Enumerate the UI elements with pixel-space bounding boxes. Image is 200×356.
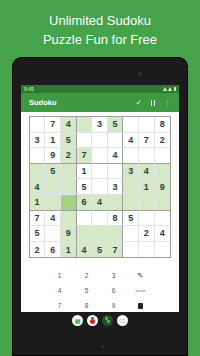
cell-r9c1[interactable]: 2 (30, 242, 46, 258)
cell-r6c1[interactable]: 1 (30, 195, 46, 211)
cell-r7c5[interactable]: ·· (92, 211, 108, 227)
cell-r3c8[interactable] (139, 148, 155, 164)
heading-line-2: Puzzle Fun for Free (0, 31, 200, 50)
signal-icon (163, 87, 167, 91)
marketing-heading: Unlimited Sudoku Puzzle Fun for Free (0, 12, 200, 49)
cell-r3c2[interactable]: 9 (45, 148, 61, 164)
cell-r6c2[interactable] (45, 195, 61, 211)
cell-r2c7[interactable]: 4 (123, 133, 139, 149)
numpad-key-8[interactable]: 8 (73, 298, 100, 312)
dock-row: ▦ ▚ ∷ (12, 315, 188, 326)
cell-r8c5[interactable] (92, 226, 108, 242)
pencil-note: ·· (94, 133, 99, 138)
numpad-key-2[interactable]: 2 (73, 268, 100, 283)
cell-r2c3[interactable]: 5 (61, 133, 77, 149)
numpad-key-1[interactable]: 1 (46, 268, 73, 283)
cell-r4c4[interactable]: 1 (77, 164, 93, 180)
cell-r9c9[interactable] (155, 242, 171, 258)
cell-r1c4[interactable] (77, 117, 93, 133)
cell-r7c3[interactable] (61, 211, 77, 227)
pencil-note: ·· (125, 117, 130, 122)
numpad-key-4[interactable]: 4 (46, 283, 73, 298)
cell-r7c7[interactable]: 5 (123, 211, 139, 227)
cell-r3c9[interactable] (155, 148, 171, 164)
status-bar: 9:45 (21, 85, 179, 93)
cell-r9c2[interactable]: 6 (45, 242, 61, 258)
cell-r4c5[interactable] (92, 164, 108, 180)
numpad-key-6[interactable]: 6 (100, 283, 127, 298)
cell-r6c8[interactable] (139, 195, 155, 211)
cell-r2c6[interactable] (108, 133, 124, 149)
cell-r5c9[interactable]: 9 (155, 179, 171, 195)
cell-r3c7[interactable] (123, 148, 139, 164)
cell-r3c4[interactable]: 7 (77, 148, 93, 164)
bottom-camera-icon (101, 345, 104, 348)
cell-r8c9[interactable]: 4 (155, 226, 171, 242)
cell-r5c3[interactable] (61, 179, 77, 195)
cell-r7c4[interactable]: ·· (77, 211, 93, 227)
cell-r1c5[interactable]: 3 (92, 117, 108, 133)
cell-r5c5[interactable]: ·· (92, 179, 108, 195)
cell-r1c7[interactable]: ·· (123, 117, 139, 133)
numpad-key-3[interactable]: 3 (100, 268, 127, 283)
cell-r4c6[interactable] (108, 164, 124, 180)
cell-r7c2[interactable]: 4 (45, 211, 61, 227)
pencil-note: ·· (79, 133, 84, 138)
cell-r3c5[interactable] (92, 148, 108, 164)
heading-line-1: Unlimited Sudoku (0, 12, 200, 31)
numpad-key-9[interactable]: 9 (100, 298, 127, 312)
cell-r4c9[interactable] (155, 164, 171, 180)
pencil-note: ·· (79, 211, 84, 216)
cell-r5c8[interactable]: 1 (139, 179, 155, 195)
erase-button[interactable]: erase (127, 283, 154, 298)
cell-r5c7[interactable] (123, 179, 139, 195)
cell-r7c9[interactable] (155, 211, 171, 227)
status-icons (163, 87, 177, 92)
cell-r9c8[interactable] (139, 242, 155, 258)
cell-r6c3[interactable] (61, 195, 77, 211)
cell-r3c3[interactable]: 2 (61, 148, 77, 164)
number-pad: 123✎456erase789 (46, 268, 154, 312)
game-app-icon[interactable] (87, 315, 98, 326)
battery-icon (174, 87, 177, 92)
cell-r9c3[interactable]: 1 (61, 242, 77, 258)
cell-r6c7[interactable] (123, 195, 139, 211)
device-screen: 9:45 Sudoku ✓ ⋮ 7435····8315····47292745… (21, 85, 179, 312)
cell-r2c2[interactable]: 1 (45, 133, 61, 149)
status-time: 9:45 (24, 86, 34, 92)
cell-r4c3[interactable] (61, 164, 77, 180)
app-bar-actions: ✓ ⋮ (136, 99, 171, 107)
cell-r4c2[interactable]: 5 (45, 164, 61, 180)
pencil-note: ·· (94, 211, 99, 216)
cell-r2c4[interactable]: ·· (77, 133, 93, 149)
cell-r1c9[interactable]: 8 (155, 117, 171, 133)
cell-r6c5[interactable]: 4 (92, 195, 108, 211)
cell-r1c6[interactable]: 5 (108, 117, 124, 133)
cell-r8c7[interactable]: ·· (123, 226, 139, 242)
tablet-mockup: 9:45 Sudoku ✓ ⋮ 7435····8315····47292745… (12, 57, 188, 356)
board-area: 7435····8315····4729274513445··31916474·… (21, 112, 179, 258)
sudoku-board: 7435····8315····4729274513445··31916474·… (29, 116, 171, 258)
cell-r3c1[interactable] (30, 148, 46, 164)
cell-r9c5[interactable]: 5 (92, 242, 108, 258)
cell-r7c1[interactable]: 7 (30, 211, 46, 227)
cell-r9c7[interactable] (123, 242, 139, 258)
cell-r9c4[interactable]: 4 (77, 242, 93, 258)
cell-r8c2[interactable] (45, 226, 61, 242)
cell-r4c1[interactable] (30, 164, 46, 180)
app-drawer-icon[interactable]: ∷ (117, 315, 128, 326)
pencil-icon[interactable]: ✎ (127, 268, 154, 283)
cell-r2c1[interactable]: 3 (30, 133, 46, 149)
cell-r5c4[interactable]: 5 (77, 179, 93, 195)
numpad-key-5[interactable]: 5 (73, 283, 100, 298)
cell-r5c6[interactable]: 3 (108, 179, 124, 195)
pencil-note: ·· (141, 117, 146, 122)
app-title: Sudoku (29, 98, 136, 107)
front-camera-icon (138, 72, 142, 76)
cell-r8c8[interactable]: 2 (139, 226, 155, 242)
cell-r2c8[interactable]: 7 (139, 133, 155, 149)
cell-r3c6[interactable]: 4 (108, 148, 124, 164)
cell-r8c3[interactable]: 9 (61, 226, 77, 242)
pencil-note: ·· (125, 226, 130, 231)
cell-r6c6[interactable] (108, 195, 124, 211)
cell-r4c7[interactable]: 3 (123, 164, 139, 180)
wifi-icon (168, 87, 172, 91)
hint-icon[interactable] (127, 298, 154, 312)
cell-r1c1[interactable] (30, 117, 46, 133)
cell-r6c4[interactable]: 6 (77, 195, 93, 211)
app-bar: Sudoku ✓ ⋮ (21, 93, 179, 112)
cell-r9c6[interactable]: 7 (108, 242, 124, 258)
sudoku-app-icon[interactable]: ▦ (72, 315, 83, 326)
cell-r5c2[interactable] (45, 179, 61, 195)
cell-r6c9[interactable] (155, 195, 171, 211)
numpad-key-7[interactable]: 7 (46, 298, 73, 312)
pencil-note: ·· (94, 179, 99, 184)
cell-r7c8[interactable] (139, 211, 155, 227)
cell-r2c9[interactable]: 2 (155, 133, 171, 149)
pattern-app-icon[interactable]: ▚ (102, 315, 113, 326)
cell-r2c5[interactable]: ·· (92, 133, 108, 149)
cell-r1c3[interactable]: 4 (61, 117, 77, 133)
cell-r7c6[interactable]: 8 (108, 211, 124, 227)
cell-r8c6[interactable] (108, 226, 124, 242)
check-icon[interactable]: ✓ (136, 99, 142, 107)
cell-r8c1[interactable]: 5 (30, 226, 46, 242)
cell-r1c8[interactable]: ·· (139, 117, 155, 133)
cell-r1c2[interactable]: 7 (45, 117, 61, 133)
cell-r4c8[interactable]: 4 (139, 164, 155, 180)
pause-icon[interactable] (151, 100, 156, 106)
cell-r8c4[interactable] (77, 226, 93, 242)
overflow-menu-icon[interactable]: ⋮ (164, 99, 171, 107)
cell-r5c1[interactable]: 4 (30, 179, 46, 195)
